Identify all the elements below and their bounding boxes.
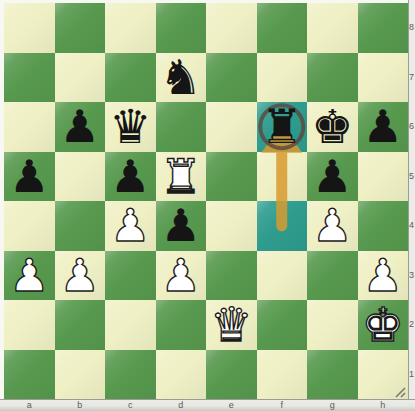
square-d4[interactable]: ♟ [156,201,207,251]
square-a2[interactable] [4,300,55,350]
square-h5[interactable] [358,152,409,202]
white-king-h2[interactable]: ♚ [358,300,409,350]
square-b2[interactable] [55,300,106,350]
square-d7[interactable]: ♞ [156,53,207,103]
white-pawn-d3[interactable]: ♟ [156,251,207,301]
white-pawn-b3[interactable]: ♟ [55,251,106,301]
square-f8[interactable] [257,3,308,53]
square-f1[interactable] [257,350,308,400]
square-c4[interactable]: ♟ [105,201,156,251]
black-rook-f6[interactable]: ♜ [257,102,308,152]
square-f6[interactable]: ♜ [257,102,308,152]
rank-label-5: 5 [408,171,415,182]
square-g1[interactable] [307,350,358,400]
square-g3[interactable] [307,251,358,301]
square-b6[interactable]: ♟ [55,102,106,152]
chess-board-panel: ♞♟♛♜♚♟♟♟♜♟♟♟♟♟♟♟♟♛♚ 87654321 abcdefgh [0,0,415,411]
black-pawn-g5[interactable]: ♟ [307,152,358,202]
square-b3[interactable]: ♟ [55,251,106,301]
file-label-e: e [206,400,256,411]
rank-label-2: 2 [408,319,415,330]
square-f3[interactable] [257,251,308,301]
square-a5[interactable]: ♟ [4,152,55,202]
square-c1[interactable] [105,350,156,400]
square-d8[interactable] [156,3,207,53]
black-pawn-c5[interactable]: ♟ [105,152,156,202]
file-label-c: c [105,400,155,411]
square-h8[interactable] [358,3,409,53]
black-knight-d7[interactable]: ♞ [156,53,207,103]
file-label-g: g [307,400,357,411]
file-label-d: d [156,400,206,411]
file-label-b: b [55,400,105,411]
square-f2[interactable] [257,300,308,350]
white-queen-e2[interactable]: ♛ [206,300,257,350]
square-b8[interactable] [55,3,106,53]
square-f5[interactable] [257,152,308,202]
square-b4[interactable] [55,201,106,251]
square-a8[interactable] [4,3,55,53]
square-g8[interactable] [307,3,358,53]
rank-label-3: 3 [408,270,415,281]
square-g7[interactable] [307,53,358,103]
rank-label-8: 8 [408,22,415,33]
square-h3[interactable]: ♟ [358,251,409,301]
square-g4[interactable]: ♟ [307,201,358,251]
square-a1[interactable] [4,350,55,400]
square-a3[interactable]: ♟ [4,251,55,301]
rank-label-6: 6 [408,121,415,132]
white-pawn-c4[interactable]: ♟ [105,201,156,251]
square-h7[interactable] [358,53,409,103]
board: ♞♟♛♜♚♟♟♟♜♟♟♟♟♟♟♟♟♛♚ [4,3,408,399]
square-c5[interactable]: ♟ [105,152,156,202]
square-a4[interactable] [4,201,55,251]
black-king-g6[interactable]: ♚ [307,102,358,152]
square-h4[interactable] [358,201,409,251]
square-g5[interactable]: ♟ [307,152,358,202]
black-pawn-a5[interactable]: ♟ [4,152,55,202]
white-rook-d5[interactable]: ♜ [156,152,207,202]
file-label-a: a [4,400,54,411]
square-b5[interactable] [55,152,106,202]
square-d2[interactable] [156,300,207,350]
square-d1[interactable] [156,350,207,400]
square-h2[interactable]: ♚ [358,300,409,350]
square-e8[interactable] [206,3,257,53]
square-d3[interactable]: ♟ [156,251,207,301]
square-c6[interactable]: ♛ [105,102,156,152]
square-a7[interactable] [4,53,55,103]
white-pawn-h3[interactable]: ♟ [358,251,409,301]
black-pawn-d4[interactable]: ♟ [156,201,207,251]
rank-label-1: 1 [408,369,415,380]
square-b1[interactable] [55,350,106,400]
white-pawn-a3[interactable]: ♟ [4,251,55,301]
square-e1[interactable] [206,350,257,400]
square-h6[interactable]: ♟ [358,102,409,152]
square-d5[interactable]: ♜ [156,152,207,202]
square-c8[interactable] [105,3,156,53]
square-c7[interactable] [105,53,156,103]
square-g6[interactable]: ♚ [307,102,358,152]
rank-label-4: 4 [408,220,415,231]
white-pawn-g4[interactable]: ♟ [307,201,358,251]
black-pawn-h6[interactable]: ♟ [358,102,409,152]
square-e4[interactable] [206,201,257,251]
board-resize-handle[interactable] [393,385,406,398]
black-queen-c6[interactable]: ♛ [105,102,156,152]
square-b7[interactable] [55,53,106,103]
square-e5[interactable] [206,152,257,202]
square-e3[interactable] [206,251,257,301]
square-e6[interactable] [206,102,257,152]
black-pawn-b6[interactable]: ♟ [55,102,106,152]
square-c3[interactable] [105,251,156,301]
file-label-f: f [257,400,307,411]
square-f4[interactable] [257,201,308,251]
square-f7[interactable] [257,53,308,103]
rank-label-7: 7 [408,72,415,83]
square-e2[interactable]: ♛ [206,300,257,350]
square-e7[interactable] [206,53,257,103]
square-a6[interactable] [4,102,55,152]
square-c2[interactable] [105,300,156,350]
file-label-h: h [358,400,408,411]
rank-label-strip [408,0,415,411]
square-g2[interactable] [307,300,358,350]
square-d6[interactable] [156,102,207,152]
